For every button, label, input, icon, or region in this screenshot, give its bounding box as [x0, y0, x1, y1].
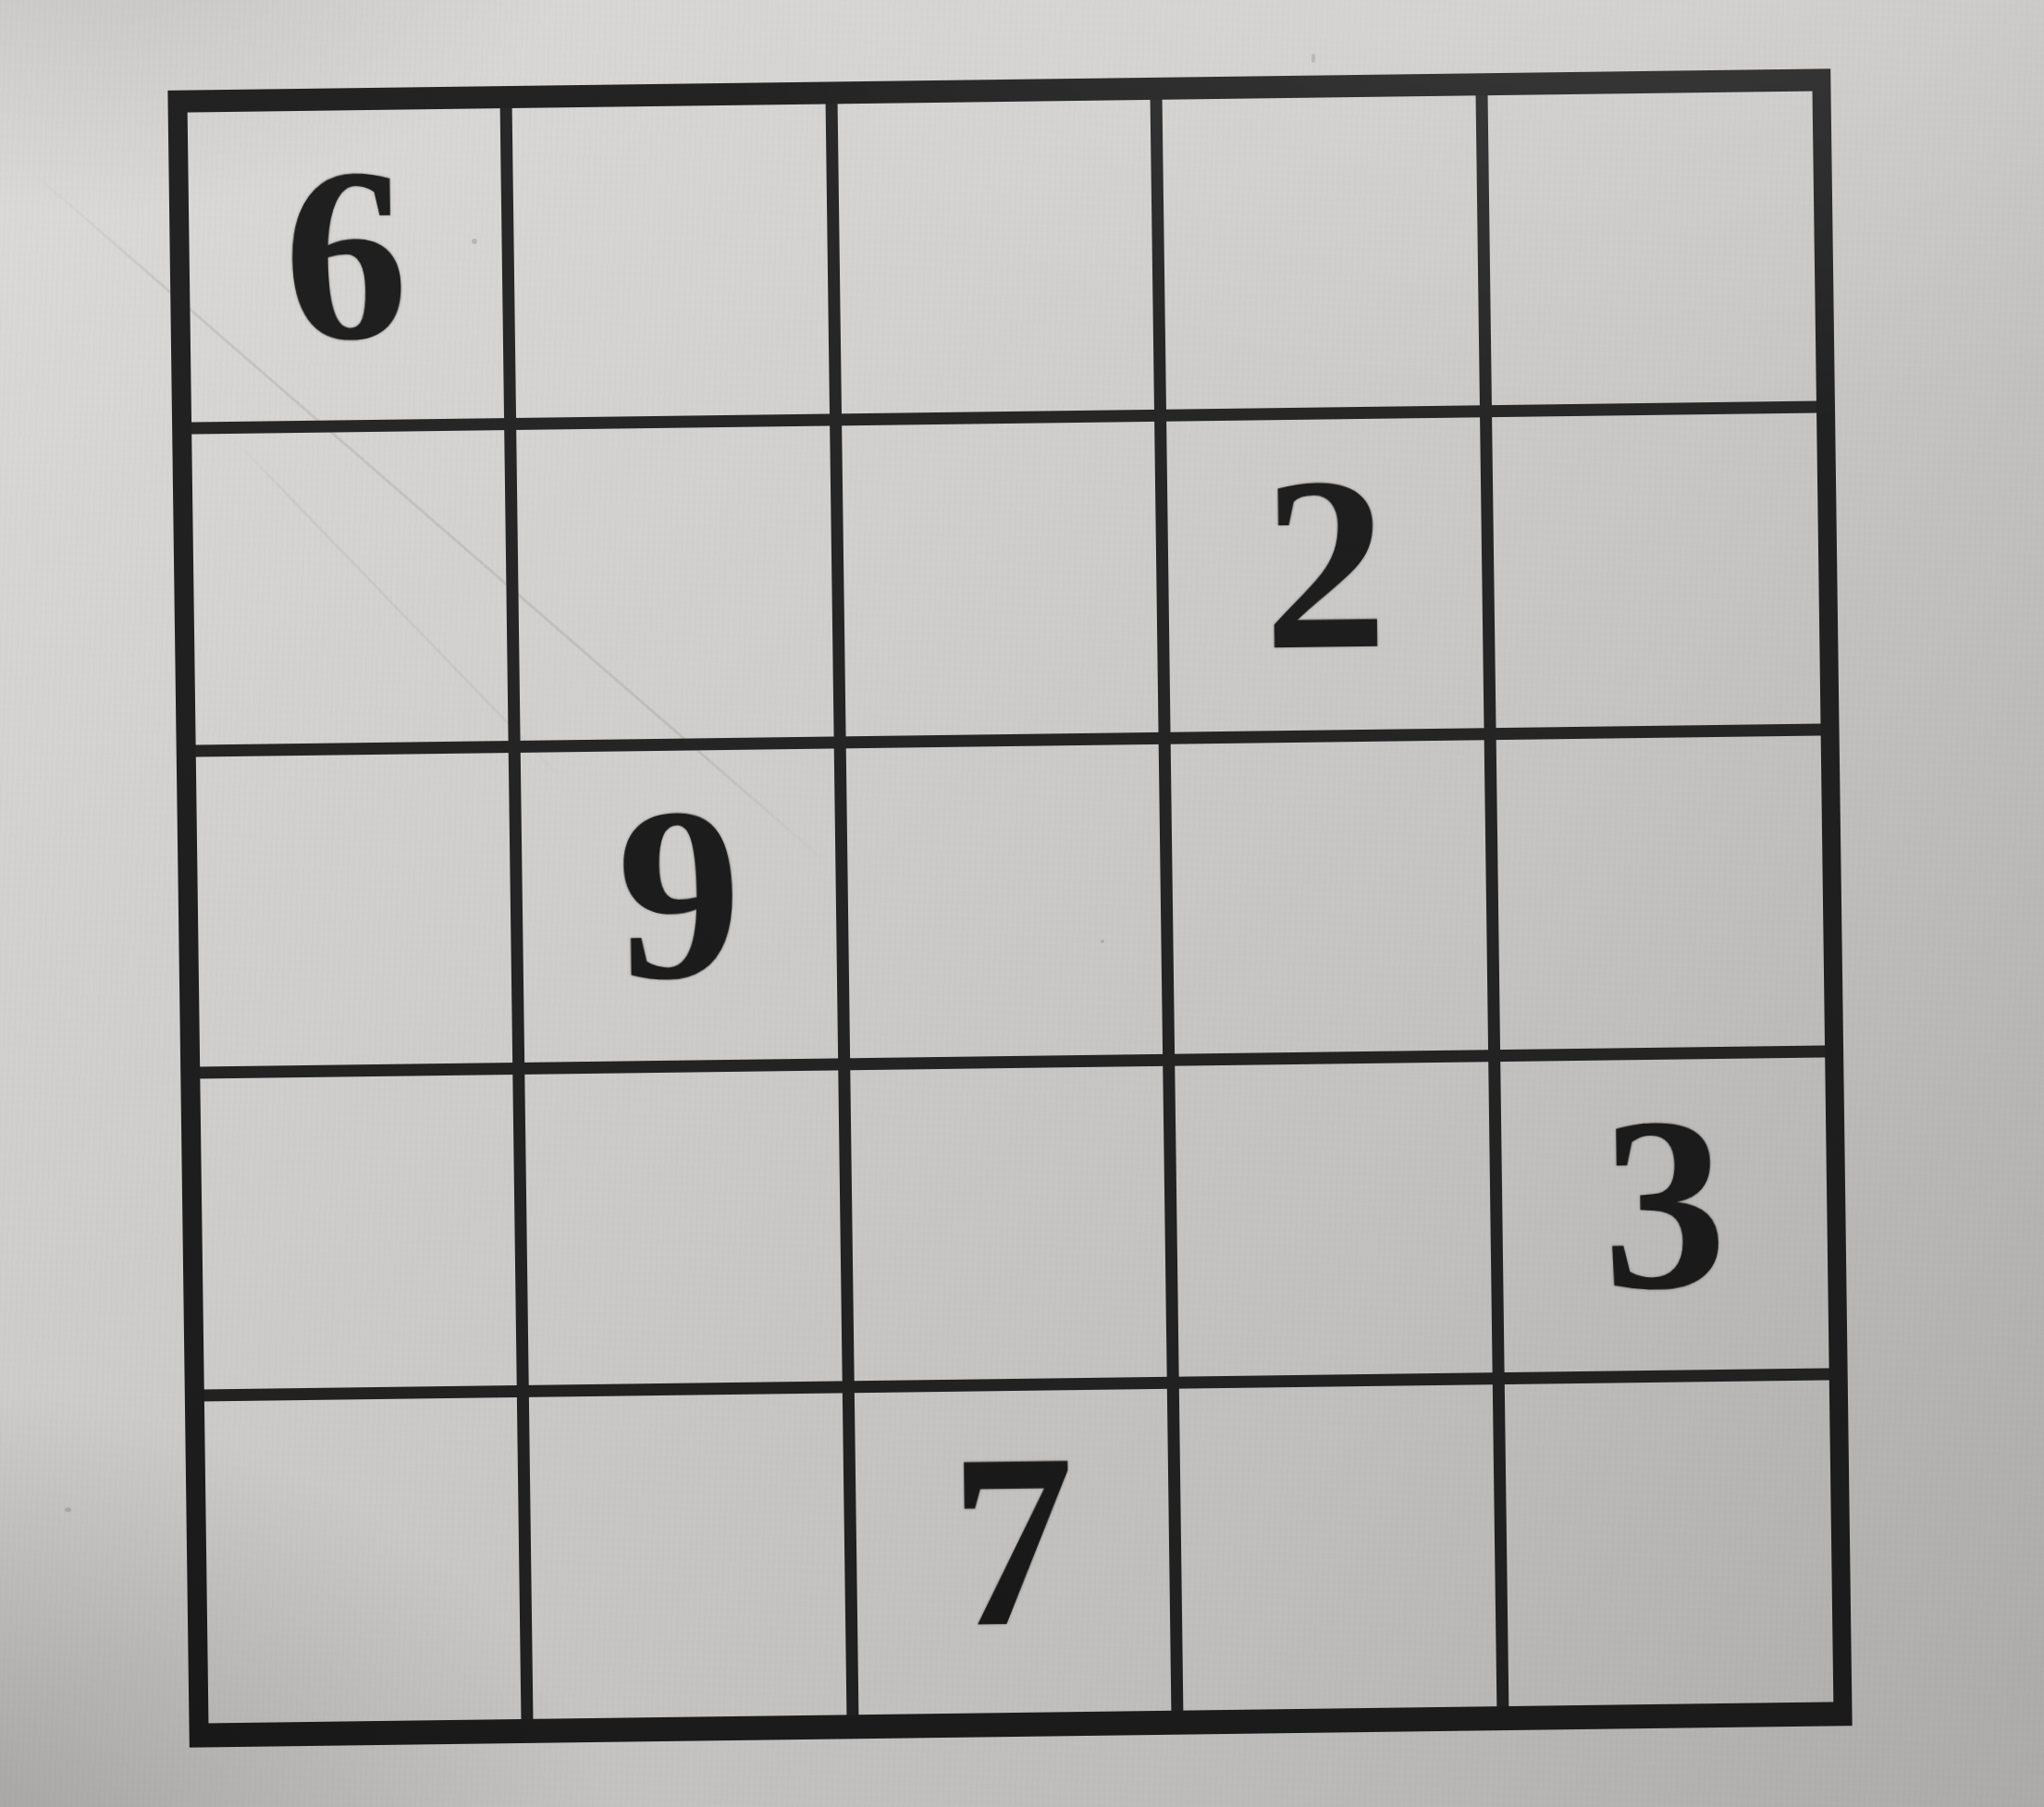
dust-speck	[65, 1507, 71, 1512]
cell-r3c1	[196, 753, 525, 1079]
cell-r1c2	[512, 104, 842, 430]
cell-r5c2	[529, 1393, 858, 1719]
cell-r3c3	[846, 744, 1176, 1071]
dust-speck	[1311, 54, 1315, 63]
cell-r5c5	[1504, 1380, 1833, 1706]
cell-r1c3	[837, 100, 1166, 426]
given-digit-3: 3	[1601, 1079, 1728, 1329]
given-digit-6: 6	[282, 129, 409, 379]
cell-r3c2: 9	[521, 748, 850, 1075]
cell-r2c3	[842, 422, 1171, 748]
given-digit-2: 2	[1262, 439, 1388, 689]
cell-r4c1	[200, 1075, 529, 1401]
given-digit-7: 7	[949, 1416, 1076, 1666]
puzzle-grid: 62937	[167, 68, 1852, 1747]
cell-r4c2	[525, 1070, 855, 1396]
cell-r2c5	[1492, 413, 1821, 740]
cell-r2c1	[191, 430, 521, 756]
cell-r2c4: 2	[1166, 418, 1496, 744]
cell-r2c2	[517, 426, 846, 753]
given-digit-9: 9	[616, 769, 743, 1019]
cell-r4c4	[1175, 1062, 1504, 1388]
cell-r5c3: 7	[855, 1388, 1184, 1715]
cell-r1c5	[1487, 92, 1816, 418]
cell-r1c1: 6	[188, 108, 517, 435]
cell-r5c1	[204, 1396, 534, 1723]
cell-r3c5	[1496, 735, 1825, 1062]
cell-r5c4	[1179, 1384, 1508, 1711]
page-photo: 62937	[0, 0, 2044, 1807]
cell-r1c4	[1163, 95, 1492, 422]
cell-r3c4	[1171, 740, 1500, 1066]
cell-r4c3	[850, 1066, 1179, 1393]
cell-r4c5: 3	[1500, 1058, 1829, 1384]
